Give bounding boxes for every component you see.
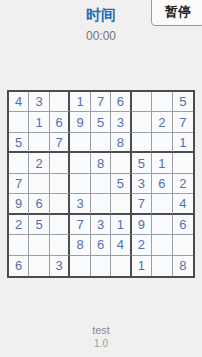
cell-r4c6[interactable]: [111, 153, 131, 173]
cell-r8c6[interactable]: 4: [111, 235, 131, 255]
cell-r8c8[interactable]: [152, 235, 172, 255]
cell-r4c9[interactable]: [173, 153, 193, 173]
cell-r5c1[interactable]: 7: [9, 174, 29, 194]
cell-r3c9[interactable]: 1: [173, 133, 193, 153]
cell-r2c2[interactable]: 1: [29, 112, 49, 132]
cell-r1c1[interactable]: 4: [9, 92, 29, 112]
cell-r8c2[interactable]: [29, 235, 49, 255]
cell-r9c1[interactable]: 6: [9, 256, 29, 276]
cell-r8c1[interactable]: [9, 235, 29, 255]
cell-r8c9[interactable]: [173, 235, 193, 255]
cell-r8c4[interactable]: 8: [70, 235, 90, 255]
cell-r7c9[interactable]: 6: [173, 215, 193, 235]
cell-r9c5[interactable]: [91, 256, 111, 276]
cell-r6c6[interactable]: [111, 194, 131, 214]
cell-r6c2[interactable]: 6: [29, 194, 49, 214]
cell-r3c6[interactable]: 8: [111, 133, 131, 153]
cell-r3c8[interactable]: [152, 133, 172, 153]
cell-r4c4[interactable]: [70, 153, 90, 173]
cell-r4c2[interactable]: 2: [29, 153, 49, 173]
cell-r6c1[interactable]: 9: [9, 194, 29, 214]
cell-r6c4[interactable]: 3: [70, 194, 90, 214]
cell-r1c7[interactable]: [132, 92, 152, 112]
timer-value: 00:00: [0, 29, 202, 43]
cell-r4c7[interactable]: 5: [132, 153, 152, 173]
cell-r4c1[interactable]: [9, 153, 29, 173]
cell-r5c4[interactable]: [70, 174, 90, 194]
cell-r1c6[interactable]: 6: [111, 92, 131, 112]
cell-r7c4[interactable]: 7: [70, 215, 90, 235]
cell-r9c6[interactable]: [111, 256, 131, 276]
cell-r5c5[interactable]: [91, 174, 111, 194]
footer: test 1.0: [0, 324, 202, 349]
cell-r3c3[interactable]: 7: [50, 133, 70, 153]
cell-r2c9[interactable]: 7: [173, 112, 193, 132]
pause-button[interactable]: 暂停: [151, 0, 202, 26]
cell-r6c3[interactable]: [50, 194, 70, 214]
cell-r6c8[interactable]: [152, 194, 172, 214]
cell-r4c8[interactable]: 1: [152, 153, 172, 173]
cell-r3c5[interactable]: [91, 133, 111, 153]
cell-r6c7[interactable]: 7: [132, 194, 152, 214]
cell-r8c7[interactable]: 2: [132, 235, 152, 255]
cell-r5c8[interactable]: 6: [152, 174, 172, 194]
cell-r5c9[interactable]: 2: [173, 174, 193, 194]
cell-r1c8[interactable]: [152, 92, 172, 112]
cell-r9c4[interactable]: [70, 256, 90, 276]
cell-r7c8[interactable]: [152, 215, 172, 235]
cell-r7c6[interactable]: 1: [111, 215, 131, 235]
cell-r6c5[interactable]: [91, 194, 111, 214]
cell-r7c1[interactable]: 2: [9, 215, 29, 235]
cell-r7c7[interactable]: 9: [132, 215, 152, 235]
app-version: 1.0: [0, 338, 202, 349]
cell-r7c3[interactable]: [50, 215, 70, 235]
cell-r9c9[interactable]: 8: [173, 256, 193, 276]
cell-r2c6[interactable]: 3: [111, 112, 131, 132]
cell-r2c7[interactable]: [132, 112, 152, 132]
cell-r4c3[interactable]: [50, 153, 70, 173]
cell-r1c9[interactable]: 5: [173, 92, 193, 112]
sudoku-board: 4317651695327578128517536296374257319686…: [7, 90, 195, 278]
cell-r3c2[interactable]: [29, 133, 49, 153]
cell-r2c3[interactable]: 6: [50, 112, 70, 132]
cell-r4c5[interactable]: 8: [91, 153, 111, 173]
cell-r6c9[interactable]: 4: [173, 194, 193, 214]
cell-r9c8[interactable]: [152, 256, 172, 276]
cell-r1c2[interactable]: 3: [29, 92, 49, 112]
cell-r7c5[interactable]: 3: [91, 215, 111, 235]
cell-r7c2[interactable]: 5: [29, 215, 49, 235]
cell-r2c8[interactable]: 2: [152, 112, 172, 132]
cell-r1c5[interactable]: 7: [91, 92, 111, 112]
cell-r2c4[interactable]: 9: [70, 112, 90, 132]
cell-r9c2[interactable]: [29, 256, 49, 276]
cell-r5c2[interactable]: [29, 174, 49, 194]
cell-r5c7[interactable]: 3: [132, 174, 152, 194]
cell-r2c1[interactable]: [9, 112, 29, 132]
cell-r2c5[interactable]: 5: [91, 112, 111, 132]
cell-r8c5[interactable]: 6: [91, 235, 111, 255]
cell-r5c3[interactable]: [50, 174, 70, 194]
cell-r3c7[interactable]: [132, 133, 152, 153]
cell-r9c3[interactable]: 3: [50, 256, 70, 276]
cell-r1c3[interactable]: [50, 92, 70, 112]
cell-r1c4[interactable]: 1: [70, 92, 90, 112]
cell-r8c3[interactable]: [50, 235, 70, 255]
cell-r3c4[interactable]: [70, 133, 90, 153]
app-name: test: [0, 324, 202, 336]
cell-r3c1[interactable]: 5: [9, 133, 29, 153]
cell-r5c6[interactable]: 5: [111, 174, 131, 194]
cell-r9c7[interactable]: 1: [132, 256, 152, 276]
